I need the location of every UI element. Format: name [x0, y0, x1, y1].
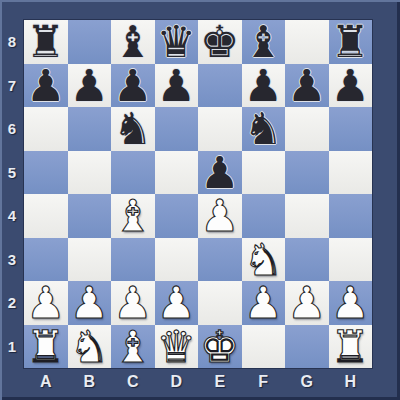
square-d1[interactable]: ♛: [155, 325, 199, 369]
piece-white-bishop[interactable]: ♝: [113, 325, 152, 369]
square-g8[interactable]: [285, 20, 329, 64]
rank-labels: 87654321: [0, 20, 24, 368]
square-a3[interactable]: [24, 238, 68, 282]
square-f1[interactable]: [242, 325, 286, 369]
piece-white-rook[interactable]: ♜: [331, 325, 370, 369]
piece-white-king[interactable]: ♚: [200, 325, 239, 369]
square-g5[interactable]: [285, 151, 329, 195]
piece-white-pawn[interactable]: ♟: [113, 281, 152, 325]
piece-white-pawn[interactable]: ♟: [70, 281, 109, 325]
square-c3[interactable]: [111, 238, 155, 282]
square-g3[interactable]: [285, 238, 329, 282]
file-label-a: A: [24, 368, 68, 395]
square-h1[interactable]: ♜: [329, 325, 373, 369]
piece-white-pawn[interactable]: ♟: [244, 281, 283, 325]
square-c8[interactable]: ♝: [111, 20, 155, 64]
square-b5[interactable]: [68, 151, 112, 195]
square-d2[interactable]: ♟: [155, 281, 199, 325]
square-f7[interactable]: ♟: [242, 64, 286, 108]
file-labels: ABCDEFGH: [24, 368, 372, 395]
square-a1[interactable]: ♜: [24, 325, 68, 369]
square-h3[interactable]: [329, 238, 373, 282]
piece-black-knight[interactable]: ♞: [113, 107, 152, 151]
piece-white-pawn[interactable]: ♟: [287, 281, 326, 325]
square-g7[interactable]: ♟: [285, 64, 329, 108]
square-a6[interactable]: [24, 107, 68, 151]
square-h5[interactable]: [329, 151, 373, 195]
file-label-c: C: [111, 368, 155, 395]
square-g2[interactable]: ♟: [285, 281, 329, 325]
piece-white-pawn[interactable]: ♟: [157, 281, 196, 325]
rank-label-2: 2: [0, 281, 24, 325]
square-g4[interactable]: [285, 194, 329, 238]
square-d7[interactable]: ♟: [155, 64, 199, 108]
square-c5[interactable]: [111, 151, 155, 195]
square-b3[interactable]: [68, 238, 112, 282]
square-f3[interactable]: ♞: [242, 238, 286, 282]
piece-black-pawn[interactable]: ♟: [244, 64, 283, 108]
square-a5[interactable]: [24, 151, 68, 195]
square-a7[interactable]: ♟: [24, 64, 68, 108]
square-e7[interactable]: [198, 64, 242, 108]
square-e8[interactable]: ♚: [198, 20, 242, 64]
square-d8[interactable]: ♛: [155, 20, 199, 64]
file-label-f: F: [242, 368, 286, 395]
square-e5[interactable]: ♟: [198, 151, 242, 195]
square-g6[interactable]: [285, 107, 329, 151]
piece-black-queen[interactable]: ♛: [157, 20, 196, 64]
rank-label-1: 1: [0, 325, 24, 369]
square-f8[interactable]: ♝: [242, 20, 286, 64]
rank-label-5: 5: [0, 151, 24, 195]
piece-white-bishop[interactable]: ♝: [113, 194, 152, 238]
piece-black-knight[interactable]: ♞: [244, 107, 283, 151]
square-d3[interactable]: [155, 238, 199, 282]
file-label-e: E: [198, 368, 242, 395]
square-b7[interactable]: ♟: [68, 64, 112, 108]
square-e3[interactable]: [198, 238, 242, 282]
square-d4[interactable]: [155, 194, 199, 238]
file-label-b: B: [68, 368, 112, 395]
piece-black-bishop[interactable]: ♝: [244, 20, 283, 64]
square-h2[interactable]: ♟: [329, 281, 373, 325]
piece-black-rook[interactable]: ♜: [331, 20, 370, 64]
piece-black-king[interactable]: ♚: [200, 20, 239, 64]
square-e4[interactable]: ♟: [198, 194, 242, 238]
square-g1[interactable]: [285, 325, 329, 369]
rank-label-7: 7: [0, 64, 24, 108]
square-b4[interactable]: [68, 194, 112, 238]
piece-black-pawn[interactable]: ♟: [70, 64, 109, 108]
square-c7[interactable]: ♟: [111, 64, 155, 108]
square-b8[interactable]: [68, 20, 112, 64]
square-d5[interactable]: [155, 151, 199, 195]
rank-label-3: 3: [0, 238, 24, 282]
file-label-h: H: [329, 368, 373, 395]
piece-black-pawn[interactable]: ♟: [331, 64, 370, 108]
square-e2[interactable]: [198, 281, 242, 325]
piece-white-rook[interactable]: ♜: [26, 325, 65, 369]
rank-label-8: 8: [0, 20, 24, 64]
square-f5[interactable]: [242, 151, 286, 195]
square-c4[interactable]: ♝: [111, 194, 155, 238]
file-label-g: G: [285, 368, 329, 395]
piece-black-rook[interactable]: ♜: [26, 20, 65, 64]
piece-black-pawn[interactable]: ♟: [26, 64, 65, 108]
rank-label-4: 4: [0, 194, 24, 238]
square-f6[interactable]: ♞: [242, 107, 286, 151]
square-b6[interactable]: [68, 107, 112, 151]
piece-white-knight[interactable]: ♞: [70, 325, 109, 369]
square-d6[interactable]: [155, 107, 199, 151]
square-f2[interactable]: ♟: [242, 281, 286, 325]
square-a4[interactable]: [24, 194, 68, 238]
rank-label-6: 6: [0, 107, 24, 151]
square-h7[interactable]: ♟: [329, 64, 373, 108]
square-b1[interactable]: ♞: [68, 325, 112, 369]
square-c1[interactable]: ♝: [111, 325, 155, 369]
square-a8[interactable]: ♜: [24, 20, 68, 64]
square-e1[interactable]: ♚: [198, 325, 242, 369]
square-h6[interactable]: [329, 107, 373, 151]
piece-white-pawn[interactable]: ♟: [26, 281, 65, 325]
piece-black-bishop[interactable]: ♝: [113, 20, 152, 64]
piece-black-pawn[interactable]: ♟: [157, 64, 196, 108]
square-h8[interactable]: ♜: [329, 20, 373, 64]
piece-black-pawn[interactable]: ♟: [113, 64, 152, 108]
square-a2[interactable]: ♟: [24, 281, 68, 325]
square-c6[interactable]: ♞: [111, 107, 155, 151]
square-f4[interactable]: [242, 194, 286, 238]
square-c2[interactable]: ♟: [111, 281, 155, 325]
piece-white-pawn[interactable]: ♟: [331, 281, 370, 325]
square-e6[interactable]: [198, 107, 242, 151]
piece-white-pawn[interactable]: ♟: [200, 194, 239, 238]
piece-black-pawn[interactable]: ♟: [200, 151, 239, 195]
piece-white-queen[interactable]: ♛: [157, 325, 196, 369]
piece-black-pawn[interactable]: ♟: [287, 64, 326, 108]
square-b2[interactable]: ♟: [68, 281, 112, 325]
square-h4[interactable]: [329, 194, 373, 238]
file-label-d: D: [155, 368, 199, 395]
chess-board: ♜♝♛♚♝♜♟♟♟♟♟♟♟♞♞♟♝♟♞♟♟♟♟♟♟♟♜♞♝♛♚♜: [24, 20, 372, 368]
piece-white-knight[interactable]: ♞: [244, 238, 283, 282]
